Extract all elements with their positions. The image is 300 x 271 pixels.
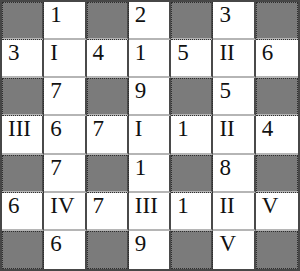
blocked-cell-r7-c5: [171, 231, 213, 269]
cell-r5-c4[interactable]: 1: [129, 155, 171, 193]
cell-r7-c4[interactable]: 9: [129, 231, 171, 269]
cell-r6-c7[interactable]: V: [256, 193, 298, 231]
cell-r2-c2[interactable]: I: [44, 40, 86, 78]
blocked-cell-r3-c3: [87, 78, 129, 116]
blocked-cell-r7-c3: [87, 231, 129, 269]
cell-r6-c1[interactable]: 6: [2, 193, 44, 231]
cell-r4-c4[interactable]: I: [129, 116, 171, 154]
cell-r7-c2[interactable]: 6: [44, 231, 86, 269]
cell-r2-c5[interactable]: 5: [171, 40, 213, 78]
cell-r6-c2[interactable]: IV: [44, 193, 86, 231]
blocked-cell-r5-c3: [87, 155, 129, 193]
cell-r2-c1[interactable]: 3: [2, 40, 44, 78]
blocked-cell-r3-c5: [171, 78, 213, 116]
cell-r5-c2[interactable]: 7: [44, 155, 86, 193]
cell-r3-c4[interactable]: 9: [129, 78, 171, 116]
blocked-cell-r7-c1: [2, 231, 44, 269]
cell-r6-c6[interactable]: II: [213, 193, 255, 231]
cell-r3-c6[interactable]: 5: [213, 78, 255, 116]
cell-r4-c2[interactable]: 6: [44, 116, 86, 154]
cell-r2-c4[interactable]: 1: [129, 40, 171, 78]
cell-r6-c4[interactable]: III: [129, 193, 171, 231]
cell-r1-c6[interactable]: 3: [213, 2, 255, 40]
cell-r2-c6[interactable]: II: [213, 40, 255, 78]
blocked-cell-r5-c1: [2, 155, 44, 193]
blocked-cell-r3-c7: [256, 78, 298, 116]
cell-r2-c7[interactable]: 6: [256, 40, 298, 78]
blocked-cell-r5-c5: [171, 155, 213, 193]
blocked-cell-r3-c1: [2, 78, 44, 116]
cell-r5-c6[interactable]: 8: [213, 155, 255, 193]
blocked-cell-r1-c1: [2, 2, 44, 40]
cell-r2-c3[interactable]: 4: [87, 40, 129, 78]
blocked-cell-r1-c7: [256, 2, 298, 40]
blocked-cell-r7-c7: [256, 231, 298, 269]
cell-r4-c5[interactable]: 1: [171, 116, 213, 154]
cell-r4-c7[interactable]: 4: [256, 116, 298, 154]
cell-r7-c6[interactable]: V: [213, 231, 255, 269]
blocked-cell-r1-c5: [171, 2, 213, 40]
blocked-cell-r1-c3: [87, 2, 129, 40]
cell-r3-c2[interactable]: 7: [44, 78, 86, 116]
blocked-cell-r5-c7: [256, 155, 298, 193]
cell-r4-c3[interactable]: 7: [87, 116, 129, 154]
cell-r4-c1[interactable]: III: [2, 116, 44, 154]
cell-r1-c2[interactable]: 1: [44, 2, 86, 40]
cell-r4-c6[interactable]: II: [213, 116, 255, 154]
puzzle-board: 1233I415II6795III67I1II47186IV7III1IIV69…: [0, 0, 300, 271]
cell-r1-c4[interactable]: 2: [129, 2, 171, 40]
cell-r6-c5[interactable]: 1: [171, 193, 213, 231]
cell-r6-c3[interactable]: 7: [87, 193, 129, 231]
